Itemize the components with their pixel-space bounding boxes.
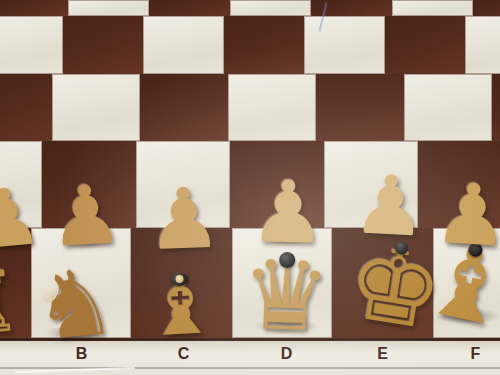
piece-a2-white-pawn[interactable]: ♟ xyxy=(0,175,49,262)
file-label-b: B xyxy=(76,345,89,363)
piece-d2-white-pawn[interactable]: ♟ xyxy=(244,168,331,255)
file-label-c: C xyxy=(178,345,191,363)
piece-c2-white-pawn[interactable]: ♟ xyxy=(141,176,228,263)
square-d5[interactable] xyxy=(230,0,311,16)
square-b3[interactable] xyxy=(52,74,140,141)
square-c4[interactable] xyxy=(143,16,224,74)
piece-b2-white-pawn[interactable]: ♟ xyxy=(43,173,129,259)
rank-5-row xyxy=(0,0,500,16)
chip-mark-b1 xyxy=(39,279,61,305)
square-c5[interactable] xyxy=(149,0,230,16)
square-g4[interactable] xyxy=(465,16,500,74)
square-f5[interactable] xyxy=(392,0,473,16)
square-d3[interactable] xyxy=(228,74,316,141)
square-e3[interactable] xyxy=(316,74,404,141)
square-c3[interactable] xyxy=(140,74,228,141)
square-a3[interactable] xyxy=(0,74,52,141)
square-g5[interactable] xyxy=(473,0,500,16)
piece-f2-white-pawn[interactable]: ♟ xyxy=(427,170,500,260)
square-f4[interactable] xyxy=(385,16,466,74)
square-b4[interactable] xyxy=(63,16,144,74)
border-edge-line xyxy=(0,367,500,369)
file-label-f: F xyxy=(471,345,482,363)
square-f3[interactable] xyxy=(404,74,492,141)
piece-c1-white-bishop[interactable]: ♝ xyxy=(139,265,223,349)
square-a5[interactable] xyxy=(0,0,68,16)
square-d4[interactable] xyxy=(224,16,305,74)
square-a4[interactable] xyxy=(0,16,63,74)
file-label-e: E xyxy=(377,345,389,363)
piece-e2-white-pawn[interactable]: ♟ xyxy=(347,163,433,249)
square-b5[interactable] xyxy=(68,0,149,16)
piece-b1-white-knight[interactable]: ♞ xyxy=(25,255,125,355)
square-e5[interactable] xyxy=(311,0,392,16)
chessboard-photo: ♜♞♝♛♚♝♟♟♟♟♟♟ BCDEF xyxy=(0,0,500,375)
rank-3-row xyxy=(0,74,500,141)
finial-tip-c1 xyxy=(175,275,183,283)
file-label-d: D xyxy=(281,345,294,363)
square-e4[interactable] xyxy=(304,16,385,74)
square-g3[interactable] xyxy=(492,74,500,141)
black-finial-c1 xyxy=(170,272,189,286)
rank-4-row xyxy=(0,16,500,74)
